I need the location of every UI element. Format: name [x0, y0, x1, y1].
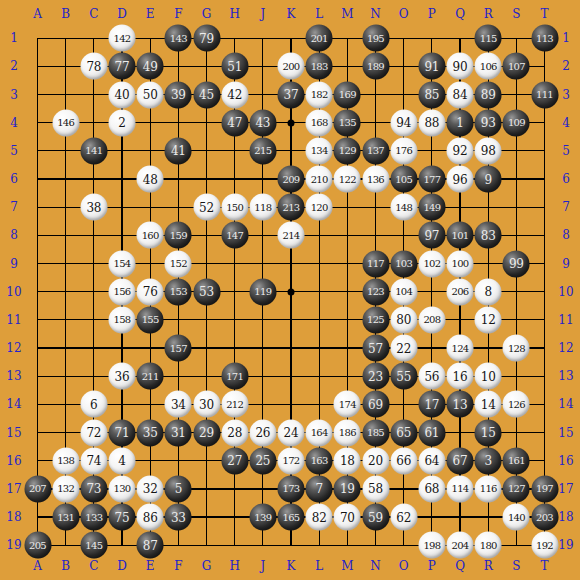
stone-black-3: 3 — [475, 447, 502, 474]
move-number: 62 — [396, 511, 411, 523]
move-number: 32 — [143, 483, 158, 495]
move-number: 135 — [339, 118, 356, 128]
row-label-right-7: 7 — [562, 201, 570, 213]
move-number: 29 — [199, 427, 214, 439]
col-label-bottom-Q: Q — [455, 560, 465, 572]
row-label-left-4: 4 — [10, 117, 18, 129]
grid-line-vertical — [544, 38, 545, 546]
move-number: 203 — [536, 512, 553, 522]
stone-white-80: 80 — [390, 306, 417, 333]
stone-white-94: 94 — [390, 109, 417, 136]
move-number: 126 — [508, 399, 525, 409]
stone-black-25: 25 — [249, 447, 276, 474]
col-label-bottom-A: A — [33, 560, 42, 572]
move-number: 36 — [115, 370, 130, 382]
stone-white-12: 12 — [475, 306, 502, 333]
move-number: 159 — [170, 230, 187, 240]
col-label-bottom-R: R — [484, 560, 493, 572]
stone-black-69: 69 — [362, 391, 389, 418]
stone-black-29: 29 — [193, 419, 220, 446]
stone-white-152: 152 — [165, 250, 192, 277]
move-number: 100 — [452, 259, 469, 269]
move-number: 71 — [115, 427, 130, 439]
stone-white-164: 164 — [306, 419, 333, 446]
move-number: 215 — [254, 146, 271, 156]
move-number: 207 — [29, 484, 46, 494]
move-number: 70 — [340, 511, 355, 523]
move-number: 116 — [480, 484, 497, 494]
move-number: 4 — [118, 455, 125, 467]
stone-black-59: 59 — [362, 504, 389, 531]
stone-white-186: 186 — [334, 419, 361, 446]
stone-white-16: 16 — [447, 363, 474, 390]
stone-white-18: 18 — [334, 447, 361, 474]
col-label-top-G: G — [202, 8, 212, 20]
move-number: 206 — [452, 287, 469, 297]
move-number: 192 — [536, 540, 553, 550]
stone-white-24: 24 — [278, 419, 305, 446]
col-label-bottom-J: J — [260, 560, 265, 572]
stone-black-53: 53 — [193, 278, 220, 305]
col-label-top-J: J — [260, 8, 265, 20]
stone-black-51: 51 — [221, 53, 248, 80]
stone-white-204: 204 — [447, 532, 474, 559]
stone-black-163: 163 — [306, 447, 333, 474]
row-label-left-12: 12 — [6, 342, 21, 354]
stone-black-145: 145 — [80, 532, 107, 559]
move-number: 92 — [453, 145, 468, 157]
stone-white-84: 84 — [447, 81, 474, 108]
row-label-left-2: 2 — [10, 60, 18, 72]
stone-black-189: 189 — [362, 53, 389, 80]
move-number: 31 — [171, 427, 186, 439]
stone-black-67: 67 — [447, 447, 474, 474]
stone-black-109: 109 — [503, 109, 530, 136]
move-number: 140 — [508, 512, 525, 522]
stone-black-7: 7 — [306, 475, 333, 502]
col-label-bottom-L: L — [315, 560, 323, 572]
move-number: 91 — [424, 60, 439, 72]
stone-black-47: 47 — [221, 109, 248, 136]
move-number: 8 — [485, 286, 492, 298]
row-label-left-5: 5 — [10, 145, 18, 157]
stone-white-154: 154 — [109, 250, 136, 277]
move-number: 195 — [367, 33, 384, 43]
stone-white-180: 180 — [475, 532, 502, 559]
row-label-left-11: 11 — [6, 314, 21, 326]
stone-black-127: 127 — [503, 475, 530, 502]
move-number: 22 — [396, 342, 411, 354]
stone-black-39: 39 — [165, 81, 192, 108]
move-number: 98 — [481, 145, 496, 157]
stone-white-116: 116 — [475, 475, 502, 502]
move-number: 96 — [453, 173, 468, 185]
stone-white-132: 132 — [52, 475, 79, 502]
stone-black-157: 157 — [165, 335, 192, 362]
move-number: 90 — [453, 60, 468, 72]
stone-black-115: 115 — [475, 25, 502, 52]
move-number: 93 — [481, 117, 496, 129]
stone-black-139: 139 — [249, 504, 276, 531]
stone-white-146: 146 — [52, 109, 79, 136]
col-label-top-R: R — [484, 8, 493, 20]
stone-white-176: 176 — [390, 137, 417, 164]
col-label-bottom-O: O — [399, 560, 409, 572]
move-number: 177 — [423, 174, 440, 184]
stone-white-62: 62 — [390, 504, 417, 531]
row-label-right-6: 6 — [562, 173, 570, 185]
stone-black-1: 1 — [447, 109, 474, 136]
stone-white-56: 56 — [418, 363, 445, 390]
move-number: 211 — [142, 371, 159, 381]
stone-white-100: 100 — [447, 250, 474, 277]
col-label-top-P: P — [428, 8, 436, 20]
move-number: 47 — [227, 117, 242, 129]
move-number: 117 — [367, 259, 384, 269]
stone-black-75: 75 — [109, 504, 136, 531]
stone-black-57: 57 — [362, 335, 389, 362]
stone-white-200: 200 — [278, 53, 305, 80]
move-number: 209 — [283, 174, 300, 184]
stone-white-212: 212 — [221, 391, 248, 418]
stone-black-171: 171 — [221, 363, 248, 390]
move-number: 35 — [143, 427, 158, 439]
move-number: 134 — [311, 146, 328, 156]
row-label-left-13: 13 — [6, 370, 21, 382]
move-number: 210 — [311, 174, 328, 184]
stone-black-119: 119 — [249, 278, 276, 305]
move-number: 165 — [283, 512, 300, 522]
move-number: 94 — [396, 117, 411, 129]
stone-white-30: 30 — [193, 391, 220, 418]
stone-black-149: 149 — [418, 194, 445, 221]
stone-white-34: 34 — [165, 391, 192, 418]
row-label-left-3: 3 — [10, 89, 18, 101]
stone-black-161: 161 — [503, 447, 530, 474]
move-number: 185 — [367, 428, 384, 438]
stone-black-77: 77 — [109, 53, 136, 80]
stone-black-79: 79 — [193, 25, 220, 52]
move-number: 99 — [509, 258, 524, 270]
move-number: 158 — [114, 315, 131, 325]
stone-black-61: 61 — [418, 419, 445, 446]
stone-black-55: 55 — [390, 363, 417, 390]
move-number: 27 — [227, 455, 242, 467]
stone-white-32: 32 — [137, 475, 164, 502]
stone-black-147: 147 — [221, 222, 248, 249]
move-number: 186 — [339, 428, 356, 438]
move-number: 2 — [118, 117, 125, 129]
move-number: 141 — [85, 146, 102, 156]
stone-black-93: 93 — [475, 109, 502, 136]
stone-black-155: 155 — [137, 306, 164, 333]
stone-white-198: 198 — [418, 532, 445, 559]
move-number: 163 — [311, 456, 328, 466]
stone-black-45: 45 — [193, 81, 220, 108]
stone-black-105: 105 — [390, 166, 417, 193]
move-number: 37 — [284, 89, 299, 101]
stone-black-19: 19 — [334, 475, 361, 502]
move-number: 58 — [368, 483, 383, 495]
col-label-top-B: B — [61, 8, 70, 20]
row-label-left-6: 6 — [10, 173, 18, 185]
move-number: 18 — [340, 455, 355, 467]
move-number: 197 — [536, 484, 553, 494]
stone-white-148: 148 — [390, 194, 417, 221]
move-number: 61 — [424, 427, 439, 439]
move-number: 103 — [395, 259, 412, 269]
stone-white-74: 74 — [80, 447, 107, 474]
row-label-right-9: 9 — [562, 258, 570, 270]
stone-black-85: 85 — [418, 81, 445, 108]
col-label-bottom-H: H — [229, 560, 239, 572]
move-number: 106 — [480, 61, 497, 71]
stone-white-4: 4 — [109, 447, 136, 474]
stone-black-103: 103 — [390, 250, 417, 277]
stone-black-159: 159 — [165, 222, 192, 249]
stone-white-28: 28 — [221, 419, 248, 446]
move-number: 114 — [452, 484, 469, 494]
stone-black-97: 97 — [418, 222, 445, 249]
stone-black-117: 117 — [362, 250, 389, 277]
row-label-right-16: 16 — [558, 455, 573, 467]
stone-black-33: 33 — [165, 504, 192, 531]
stone-white-58: 58 — [362, 475, 389, 502]
move-number: 86 — [143, 511, 158, 523]
stone-white-160: 160 — [137, 222, 164, 249]
move-number: 10 — [481, 370, 496, 382]
stone-black-211: 211 — [137, 363, 164, 390]
stone-white-78: 78 — [80, 53, 107, 80]
stone-black-213: 213 — [278, 194, 305, 221]
move-number: 180 — [480, 540, 497, 550]
stone-black-133: 133 — [80, 504, 107, 531]
move-number: 78 — [86, 60, 101, 72]
stone-black-83: 83 — [475, 222, 502, 249]
col-label-bottom-G: G — [202, 560, 212, 572]
row-label-left-7: 7 — [10, 201, 18, 213]
stone-white-26: 26 — [249, 419, 276, 446]
stone-white-126: 126 — [503, 391, 530, 418]
stone-white-40: 40 — [109, 81, 136, 108]
move-number: 213 — [283, 202, 300, 212]
col-label-bottom-P: P — [428, 560, 436, 572]
stone-black-131: 131 — [52, 504, 79, 531]
stone-black-91: 91 — [418, 53, 445, 80]
move-number: 34 — [171, 398, 186, 410]
move-number: 169 — [339, 90, 356, 100]
move-number: 51 — [227, 60, 242, 72]
stone-black-111: 111 — [531, 81, 558, 108]
stone-white-156: 156 — [109, 278, 136, 305]
move-number: 42 — [227, 89, 242, 101]
move-number: 49 — [143, 60, 158, 72]
move-number: 88 — [424, 117, 439, 129]
col-label-bottom-T: T — [541, 560, 549, 572]
move-number: 1 — [456, 117, 463, 129]
stone-white-130: 130 — [109, 475, 136, 502]
move-number: 45 — [199, 89, 214, 101]
move-number: 138 — [57, 456, 74, 466]
move-number: 157 — [170, 343, 187, 353]
move-number: 145 — [85, 540, 102, 550]
stone-black-177: 177 — [418, 166, 445, 193]
col-label-bottom-M: M — [341, 560, 353, 572]
stone-white-6: 6 — [80, 391, 107, 418]
move-number: 147 — [226, 230, 243, 240]
col-label-top-S: S — [512, 8, 520, 20]
row-label-right-4: 4 — [562, 117, 570, 129]
move-number: 168 — [311, 118, 328, 128]
col-label-bottom-E: E — [146, 560, 155, 572]
move-number: 40 — [115, 89, 130, 101]
stone-black-31: 31 — [165, 419, 192, 446]
move-number: 120 — [311, 202, 328, 212]
stone-black-49: 49 — [137, 53, 164, 80]
row-label-right-13: 13 — [558, 370, 573, 382]
move-number: 89 — [481, 89, 496, 101]
stone-black-17: 17 — [418, 391, 445, 418]
col-label-bottom-D: D — [117, 560, 127, 572]
row-label-right-5: 5 — [562, 145, 570, 157]
stone-white-38: 38 — [80, 194, 107, 221]
stone-white-20: 20 — [362, 447, 389, 474]
move-number: 9 — [485, 173, 492, 185]
stone-black-125: 125 — [362, 306, 389, 333]
stone-white-68: 68 — [418, 475, 445, 502]
col-label-bottom-N: N — [370, 560, 381, 572]
stone-white-8: 8 — [475, 278, 502, 305]
stone-white-168: 168 — [306, 109, 333, 136]
move-number: 79 — [199, 32, 214, 44]
move-number: 50 — [143, 89, 158, 101]
col-label-bottom-C: C — [89, 560, 98, 572]
move-number: 77 — [115, 60, 130, 72]
stone-white-118: 118 — [249, 194, 276, 221]
move-number: 137 — [367, 146, 384, 156]
col-label-top-Q: Q — [455, 8, 465, 20]
stone-black-107: 107 — [503, 53, 530, 80]
row-label-left-17: 17 — [6, 483, 21, 495]
col-label-top-E: E — [146, 8, 155, 20]
move-number: 74 — [86, 455, 101, 467]
stone-white-10: 10 — [475, 363, 502, 390]
stone-white-102: 102 — [418, 250, 445, 277]
stone-black-173: 173 — [278, 475, 305, 502]
move-number: 55 — [396, 370, 411, 382]
stone-white-14: 14 — [475, 391, 502, 418]
stone-black-201: 201 — [306, 25, 333, 52]
stone-black-207: 207 — [24, 475, 51, 502]
move-number: 172 — [283, 456, 300, 466]
stone-white-142: 142 — [109, 25, 136, 52]
move-number: 101 — [452, 230, 469, 240]
move-number: 97 — [424, 229, 439, 241]
move-number: 146 — [57, 118, 74, 128]
move-number: 30 — [199, 398, 214, 410]
stone-black-129: 129 — [334, 137, 361, 164]
stone-white-120: 120 — [306, 194, 333, 221]
move-number: 153 — [170, 287, 187, 297]
move-number: 7 — [315, 483, 322, 495]
stone-black-203: 203 — [531, 504, 558, 531]
stone-white-210: 210 — [306, 166, 333, 193]
row-label-right-8: 8 — [562, 229, 570, 241]
move-number: 139 — [254, 512, 271, 522]
go-board[interactable]: AABBCCDDEEFFGGHHJJKKLLMMNNOOPPQQRRSSTT11… — [0, 0, 580, 580]
stone-white-158: 158 — [109, 306, 136, 333]
row-label-right-18: 18 — [558, 511, 573, 523]
col-label-bottom-K: K — [287, 560, 296, 572]
move-number: 105 — [395, 174, 412, 184]
move-number: 160 — [142, 230, 159, 240]
stone-white-2: 2 — [109, 109, 136, 136]
stone-white-66: 66 — [390, 447, 417, 474]
stone-white-138: 138 — [52, 447, 79, 474]
stone-black-197: 197 — [531, 475, 558, 502]
row-label-left-9: 9 — [10, 258, 18, 270]
move-number: 143 — [170, 33, 187, 43]
row-label-right-17: 17 — [558, 483, 573, 495]
move-number: 13 — [453, 398, 468, 410]
move-number: 75 — [115, 511, 130, 523]
col-label-top-A: A — [33, 8, 42, 20]
stone-black-37: 37 — [278, 81, 305, 108]
stone-black-143: 143 — [165, 25, 192, 52]
move-number: 123 — [367, 287, 384, 297]
row-label-right-10: 10 — [558, 286, 573, 298]
move-number: 56 — [424, 370, 439, 382]
stone-black-65: 65 — [390, 419, 417, 446]
stone-black-215: 215 — [249, 137, 276, 164]
move-number: 65 — [396, 427, 411, 439]
stone-black-13: 13 — [447, 391, 474, 418]
move-number: 15 — [481, 427, 496, 439]
row-label-right-14: 14 — [558, 398, 573, 410]
stone-black-15: 15 — [475, 419, 502, 446]
stone-black-209: 209 — [278, 166, 305, 193]
move-number: 25 — [255, 455, 270, 467]
move-number: 200 — [283, 61, 300, 71]
move-number: 68 — [424, 483, 439, 495]
move-number: 28 — [227, 427, 242, 439]
stone-white-174: 174 — [334, 391, 361, 418]
stone-black-135: 135 — [334, 109, 361, 136]
col-label-top-T: T — [541, 8, 549, 20]
move-number: 85 — [424, 89, 439, 101]
move-number: 129 — [339, 146, 356, 156]
stone-black-27: 27 — [221, 447, 248, 474]
move-number: 208 — [423, 315, 440, 325]
move-number: 104 — [395, 287, 412, 297]
move-number: 198 — [423, 540, 440, 550]
stone-white-128: 128 — [503, 335, 530, 362]
star-point-K10 — [288, 288, 295, 295]
col-label-top-H: H — [229, 8, 239, 20]
star-point-K4 — [288, 119, 295, 126]
row-label-left-14: 14 — [6, 398, 21, 410]
move-number: 69 — [368, 398, 383, 410]
stone-white-96: 96 — [447, 166, 474, 193]
stone-white-82: 82 — [306, 504, 333, 531]
move-number: 124 — [452, 343, 469, 353]
move-number: 33 — [171, 511, 186, 523]
stone-white-76: 76 — [137, 278, 164, 305]
row-label-left-19: 19 — [6, 539, 21, 551]
stone-black-195: 195 — [362, 25, 389, 52]
stone-black-185: 185 — [362, 419, 389, 446]
move-number: 67 — [453, 455, 468, 467]
